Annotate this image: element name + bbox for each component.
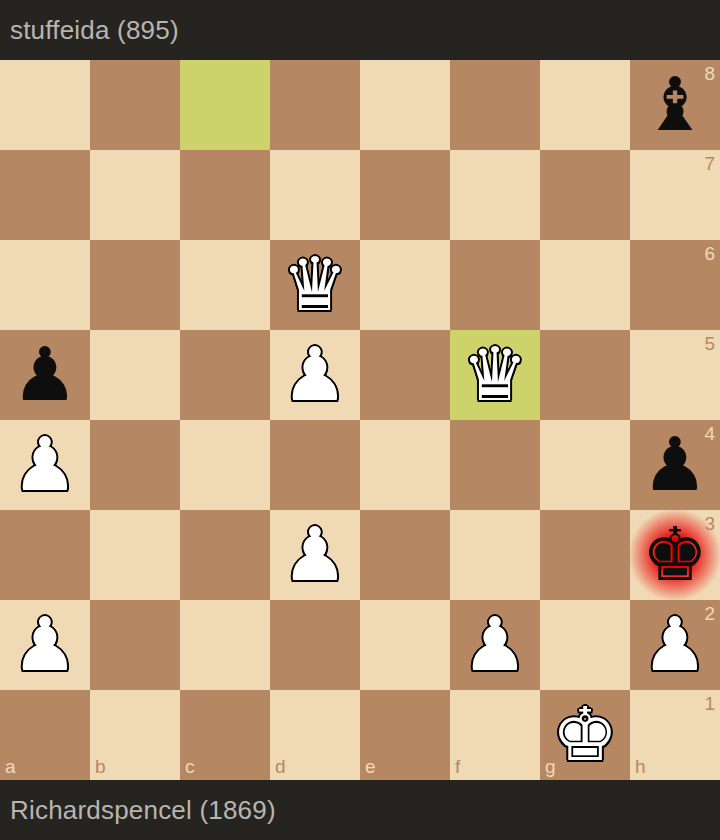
square-a3[interactable] — [0, 510, 90, 600]
square-h4[interactable]: 4♟ — [630, 420, 720, 510]
square-h5[interactable]: 5 — [630, 330, 720, 420]
square-f7[interactable] — [450, 150, 540, 240]
square-a8[interactable] — [0, 60, 90, 150]
file-label-e: e — [365, 757, 376, 776]
square-b1[interactable]: b — [90, 690, 180, 780]
file-label-a: a — [5, 757, 16, 776]
white-pawn[interactable]: ♟ — [0, 420, 90, 510]
square-b3[interactable] — [90, 510, 180, 600]
black-bishop[interactable]: ♝ — [630, 60, 720, 150]
black-pawn[interactable]: ♟ — [0, 330, 90, 420]
square-c2[interactable] — [180, 600, 270, 690]
square-e1[interactable]: e — [360, 690, 450, 780]
rank-label-7: 7 — [704, 154, 715, 173]
square-d4[interactable] — [270, 420, 360, 510]
square-e8[interactable] — [360, 60, 450, 150]
square-c3[interactable] — [180, 510, 270, 600]
square-d8[interactable] — [270, 60, 360, 150]
square-a7[interactable] — [0, 150, 90, 240]
file-label-h: h — [635, 757, 646, 776]
square-e5[interactable] — [360, 330, 450, 420]
square-b6[interactable] — [90, 240, 180, 330]
square-d2[interactable] — [270, 600, 360, 690]
square-h6[interactable]: 6 — [630, 240, 720, 330]
top-player-bar: stuffeida (895) — [0, 0, 720, 60]
square-h3[interactable]: 3♚ — [630, 510, 720, 600]
bottom-player-bar: Richardspencel (1869) — [0, 780, 720, 840]
square-g8[interactable] — [540, 60, 630, 150]
file-label-f: f — [455, 757, 460, 776]
square-e2[interactable] — [360, 600, 450, 690]
square-c7[interactable] — [180, 150, 270, 240]
square-d5[interactable]: ♟ — [270, 330, 360, 420]
square-d3[interactable]: ♟ — [270, 510, 360, 600]
white-pawn[interactable]: ♟ — [270, 510, 360, 600]
file-label-c: c — [185, 757, 195, 776]
square-a2[interactable]: ♟ — [0, 600, 90, 690]
square-a4[interactable]: ♟ — [0, 420, 90, 510]
square-b8[interactable] — [90, 60, 180, 150]
square-e3[interactable] — [360, 510, 450, 600]
file-label-b: b — [95, 757, 106, 776]
square-g4[interactable] — [540, 420, 630, 510]
rank-label-1: 1 — [704, 694, 715, 713]
square-d1[interactable]: d — [270, 690, 360, 780]
white-pawn[interactable]: ♟ — [0, 600, 90, 690]
white-pawn[interactable]: ♟ — [630, 600, 720, 690]
square-h1[interactable]: 1h — [630, 690, 720, 780]
square-g3[interactable] — [540, 510, 630, 600]
white-king[interactable]: ♚ — [540, 690, 630, 780]
square-f2[interactable]: ♟ — [450, 600, 540, 690]
rank-label-6: 6 — [704, 244, 715, 263]
square-b4[interactable] — [90, 420, 180, 510]
file-label-d: d — [275, 757, 286, 776]
square-e7[interactable] — [360, 150, 450, 240]
square-b7[interactable] — [90, 150, 180, 240]
square-f1[interactable]: f — [450, 690, 540, 780]
square-c6[interactable] — [180, 240, 270, 330]
square-f8[interactable] — [450, 60, 540, 150]
square-e6[interactable] — [360, 240, 450, 330]
white-queen[interactable]: ♛ — [270, 240, 360, 330]
square-f6[interactable] — [450, 240, 540, 330]
square-c4[interactable] — [180, 420, 270, 510]
white-pawn[interactable]: ♟ — [270, 330, 360, 420]
white-queen[interactable]: ♛ — [450, 330, 540, 420]
rank-label-5: 5 — [704, 334, 715, 353]
square-a5[interactable]: ♟ — [0, 330, 90, 420]
square-h8[interactable]: 8♝ — [630, 60, 720, 150]
square-c5[interactable] — [180, 330, 270, 420]
square-b5[interactable] — [90, 330, 180, 420]
square-g1[interactable]: g♚ — [540, 690, 630, 780]
top-player-label: stuffeida (895) — [10, 15, 179, 46]
square-g5[interactable] — [540, 330, 630, 420]
black-king[interactable]: ♚ — [630, 510, 720, 600]
square-b2[interactable] — [90, 600, 180, 690]
square-a6[interactable] — [0, 240, 90, 330]
white-pawn[interactable]: ♟ — [450, 600, 540, 690]
chess-game-screen: stuffeida (895) 8♝7♛6♟♟♛5♟4♟♟3♚♟♟2♟abcde… — [0, 0, 720, 840]
chess-board[interactable]: 8♝7♛6♟♟♛5♟4♟♟3♚♟♟2♟abcdefg♚1h — [0, 60, 720, 780]
square-d7[interactable] — [270, 150, 360, 240]
square-a1[interactable]: a — [0, 690, 90, 780]
square-g7[interactable] — [540, 150, 630, 240]
bottom-player-label: Richardspencel (1869) — [10, 795, 276, 826]
square-g6[interactable] — [540, 240, 630, 330]
square-f3[interactable] — [450, 510, 540, 600]
square-h2[interactable]: 2♟ — [630, 600, 720, 690]
square-f4[interactable] — [450, 420, 540, 510]
square-f5[interactable]: ♛ — [450, 330, 540, 420]
square-d6[interactable]: ♛ — [270, 240, 360, 330]
square-c8[interactable] — [180, 60, 270, 150]
square-e4[interactable] — [360, 420, 450, 510]
black-pawn[interactable]: ♟ — [630, 420, 720, 510]
square-c1[interactable]: c — [180, 690, 270, 780]
square-h7[interactable]: 7 — [630, 150, 720, 240]
square-g2[interactable] — [540, 600, 630, 690]
